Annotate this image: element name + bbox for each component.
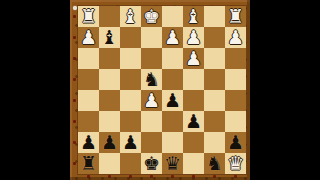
square-f5 (120, 90, 141, 111)
square-a2: ♟ (225, 27, 246, 48)
square-e5: ♟ (141, 90, 162, 111)
square-h3 (78, 48, 99, 69)
white-rook-h1: ♜ (80, 6, 97, 27)
square-f8 (120, 153, 141, 174)
file-mark-h (87, 175, 90, 178)
black-pawn-d5: ♟ (164, 90, 181, 111)
black-king-e8: ♚ (143, 153, 160, 174)
chess-board: ♜♝♚♝♜♟♝♟♟♟♟♞♟♟♟♟♟♟♟♜♚♛♞♛ (78, 6, 246, 174)
white-pawn-h2: ♟ (80, 27, 97, 48)
square-d4 (162, 69, 183, 90)
white-pawn-a2: ♟ (227, 27, 244, 48)
square-b4 (204, 69, 225, 90)
square-g1 (99, 6, 120, 27)
square-e7 (141, 132, 162, 153)
square-b7 (204, 132, 225, 153)
rank-mark-2 (73, 36, 76, 39)
square-h5 (78, 90, 99, 111)
white-rook-a1: ♜ (227, 6, 244, 27)
white-pawn-c3: ♟ (185, 48, 202, 69)
white-bishop-f1: ♝ (122, 6, 139, 27)
black-queen-d8: ♛ (164, 153, 181, 174)
video-frame: ♜♝♚♝♜♟♝♟♟♟♟♞♟♟♟♟♟♟♟♜♚♛♞♛ (0, 0, 320, 180)
chess-board-frame: ♜♝♚♝♜♟♝♟♟♟♟♞♟♟♟♟♟♟♟♜♚♛♞♛ (70, 0, 250, 180)
square-e4: ♞ (141, 69, 162, 90)
square-b6 (204, 111, 225, 132)
white-pawn-d2: ♟ (164, 27, 181, 48)
rank-mark-7 (73, 141, 76, 144)
square-a4 (225, 69, 246, 90)
white-queen-a8: ♛ (227, 153, 244, 174)
square-f7: ♟ (120, 132, 141, 153)
square-b2 (204, 27, 225, 48)
black-pawn-c6: ♟ (185, 111, 202, 132)
white-bishop-c1: ♝ (185, 6, 202, 27)
black-pawn-a7: ♟ (227, 132, 244, 153)
square-c7 (183, 132, 204, 153)
square-f6 (120, 111, 141, 132)
file-mark-g (108, 175, 111, 178)
black-knight-b8: ♞ (206, 153, 223, 174)
square-h4 (78, 69, 99, 90)
black-knight-e4: ♞ (143, 69, 160, 90)
file-mark-b (213, 175, 216, 178)
square-c1: ♝ (183, 6, 204, 27)
square-h7: ♟ (78, 132, 99, 153)
square-a5 (225, 90, 246, 111)
square-g2: ♝ (99, 27, 120, 48)
square-d2: ♟ (162, 27, 183, 48)
square-d7 (162, 132, 183, 153)
square-e8: ♚ (141, 153, 162, 174)
square-e3 (141, 48, 162, 69)
square-h8: ♜ (78, 153, 99, 174)
black-bishop-g2: ♝ (101, 27, 118, 48)
square-h6 (78, 111, 99, 132)
square-c2: ♟ (183, 27, 204, 48)
square-a6 (225, 111, 246, 132)
white-pawn-c2: ♟ (185, 27, 202, 48)
rank-mark-1 (73, 15, 76, 18)
square-c3: ♟ (183, 48, 204, 69)
white-king-e1: ♚ (143, 6, 160, 27)
black-pawn-g7: ♟ (101, 132, 118, 153)
square-a1: ♜ (225, 6, 246, 27)
square-b1 (204, 6, 225, 27)
square-c6: ♟ (183, 111, 204, 132)
rank-mark-8 (73, 162, 76, 165)
black-rook-h8: ♜ (80, 153, 97, 174)
square-g4 (99, 69, 120, 90)
file-mark-c (192, 175, 195, 178)
black-pawn-h7: ♟ (80, 132, 97, 153)
square-a8: ♛ (225, 153, 246, 174)
square-c5 (183, 90, 204, 111)
square-c8 (183, 153, 204, 174)
square-d5: ♟ (162, 90, 183, 111)
square-d6 (162, 111, 183, 132)
square-d3 (162, 48, 183, 69)
white-pawn-e5: ♟ (143, 90, 160, 111)
square-g5 (99, 90, 120, 111)
square-d8: ♛ (162, 153, 183, 174)
file-mark-a (234, 175, 237, 178)
rank-mark-6 (73, 120, 76, 123)
file-mark-e (150, 175, 153, 178)
square-f2 (120, 27, 141, 48)
square-b8: ♞ (204, 153, 225, 174)
square-g8 (99, 153, 120, 174)
file-mark-f (129, 175, 132, 178)
square-b5 (204, 90, 225, 111)
rank-mark-5 (73, 99, 76, 102)
black-pawn-f7: ♟ (122, 132, 139, 153)
square-c4 (183, 69, 204, 90)
rank-mark-3 (73, 57, 76, 60)
square-g7: ♟ (99, 132, 120, 153)
square-b3 (204, 48, 225, 69)
rank-mark-4 (73, 78, 76, 81)
square-f4 (120, 69, 141, 90)
square-f1: ♝ (120, 6, 141, 27)
square-h1: ♜ (78, 6, 99, 27)
square-e1: ♚ (141, 6, 162, 27)
square-a7: ♟ (225, 132, 246, 153)
square-a3 (225, 48, 246, 69)
side-to-move-dot (73, 6, 77, 10)
square-h2: ♟ (78, 27, 99, 48)
square-e6 (141, 111, 162, 132)
square-g6 (99, 111, 120, 132)
file-mark-d (171, 175, 174, 178)
square-f3 (120, 48, 141, 69)
square-d1 (162, 6, 183, 27)
square-e2 (141, 27, 162, 48)
square-g3 (99, 48, 120, 69)
